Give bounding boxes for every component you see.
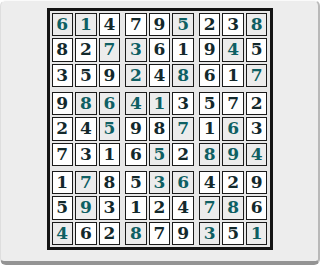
sudoku-cell[interactable]: 3 [52, 64, 74, 87]
sudoku-cell[interactable]: 2 [125, 64, 147, 87]
box-divider [122, 64, 123, 87]
sudoku-cell[interactable]: 8 [52, 38, 74, 61]
sudoku-cell[interactable]: 8 [149, 117, 171, 140]
sudoku-cell[interactable]: 7 [172, 117, 194, 140]
sudoku-cell[interactable]: 3 [172, 92, 194, 115]
box-divider [222, 89, 240, 90]
box-divider [75, 168, 97, 169]
sudoku-cell[interactable]: 9 [199, 38, 221, 61]
sudoku-cell[interactable]: 5 [149, 143, 171, 166]
sudoku-cell[interactable]: 7 [125, 13, 147, 36]
box-divider [122, 117, 123, 140]
sudoku-cell[interactable]: 8 [199, 143, 221, 166]
box-divider [122, 89, 123, 90]
sudoku-cell[interactable]: 8 [172, 64, 194, 87]
box-divider [122, 168, 123, 169]
sudoku-cell[interactable]: 9 [149, 13, 171, 36]
box-divider [122, 171, 123, 194]
box-divider [196, 171, 197, 194]
box-divider [122, 222, 123, 245]
box-divider [196, 92, 197, 115]
sudoku-cell[interactable]: 1 [52, 171, 74, 194]
sudoku-cell[interactable]: 2 [149, 196, 171, 219]
sudoku-cell[interactable]: 6 [99, 92, 121, 115]
box-divider [125, 89, 147, 90]
sudoku-cell[interactable]: 6 [125, 143, 147, 166]
box-divider [52, 89, 74, 90]
sudoku-board: 6147952388273619453592486179864135722459… [47, 8, 241, 250]
sudoku-cell[interactable]: 3 [149, 171, 171, 194]
box-divider [196, 196, 197, 219]
box-divider [196, 38, 197, 61]
sudoku-cell[interactable]: 4 [99, 13, 121, 36]
sudoku-window: 6147952388273619453592486179864135722459… [0, 0, 240, 265]
sudoku-cell[interactable]: 4 [222, 38, 240, 61]
sudoku-cell[interactable]: 3 [75, 143, 97, 166]
sudoku-cell[interactable]: 1 [149, 92, 171, 115]
box-divider [172, 89, 194, 90]
sudoku-cell[interactable]: 8 [75, 92, 97, 115]
sudoku-cell[interactable]: 7 [75, 171, 97, 194]
box-divider [122, 143, 123, 166]
sudoku-cell[interactable]: 8 [125, 222, 147, 245]
sudoku-cell[interactable]: 8 [222, 196, 240, 219]
sudoku-cell[interactable]: 6 [172, 171, 194, 194]
sudoku-cell[interactable]: 6 [199, 64, 221, 87]
box-divider [196, 64, 197, 87]
sudoku-cell[interactable]: 1 [172, 38, 194, 61]
sudoku-cell[interactable]: 6 [52, 13, 74, 36]
sudoku-cell[interactable]: 2 [52, 117, 74, 140]
sudoku-cell[interactable]: 6 [149, 38, 171, 61]
sudoku-cell[interactable]: 5 [199, 92, 221, 115]
box-divider [52, 168, 74, 169]
sudoku-cell[interactable]: 2 [199, 13, 221, 36]
sudoku-cell[interactable]: 4 [75, 117, 97, 140]
sudoku-cell[interactable]: 8 [99, 171, 121, 194]
sudoku-cell[interactable]: 4 [52, 222, 74, 245]
box-divider [122, 196, 123, 219]
box-divider [196, 222, 197, 245]
sudoku-cell[interactable]: 5 [75, 64, 97, 87]
box-divider [75, 89, 97, 90]
box-divider [99, 89, 121, 90]
sudoku-cell[interactable]: 7 [99, 38, 121, 61]
box-divider [172, 168, 194, 169]
sudoku-cell[interactable]: 2 [99, 222, 121, 245]
sudoku-cell[interactable]: 6 [222, 117, 240, 140]
sudoku-cell[interactable]: 2 [75, 38, 97, 61]
sudoku-cell[interactable]: 6 [75, 222, 97, 245]
sudoku-cell[interactable]: 7 [222, 92, 240, 115]
box-divider [196, 89, 197, 90]
sudoku-cell[interactable]: 4 [199, 171, 221, 194]
box-divider [196, 168, 197, 169]
box-divider [149, 168, 171, 169]
sudoku-cell[interactable]: 9 [75, 196, 97, 219]
sudoku-cell[interactable]: 1 [222, 64, 240, 87]
box-divider [196, 117, 197, 140]
sudoku-cell[interactable]: 5 [52, 196, 74, 219]
box-divider [196, 13, 197, 36]
sudoku-cell[interactable]: 3 [125, 38, 147, 61]
sudoku-cell[interactable]: 5 [125, 171, 147, 194]
sudoku-cell[interactable]: 2 [172, 143, 194, 166]
sudoku-cell[interactable]: 7 [52, 143, 74, 166]
box-divider [222, 168, 240, 169]
sudoku-cell[interactable]: 1 [199, 117, 221, 140]
sudoku-cell[interactable]: 1 [125, 196, 147, 219]
sudoku-cell[interactable]: 5 [172, 13, 194, 36]
box-divider [196, 143, 197, 166]
sudoku-cell[interactable]: 4 [172, 196, 194, 219]
sudoku-cell[interactable]: 9 [99, 64, 121, 87]
sudoku-cell[interactable]: 4 [125, 92, 147, 115]
sudoku-cell[interactable]: 1 [75, 13, 97, 36]
sudoku-cell[interactable]: 3 [222, 13, 240, 36]
sudoku-cell[interactable]: 2 [222, 171, 240, 194]
sudoku-cell[interactable]: 9 [172, 222, 194, 245]
sudoku-cell[interactable]: 7 [199, 196, 221, 219]
sudoku-cell[interactable]: 4 [149, 64, 171, 87]
sudoku-cell[interactable]: 5 [222, 222, 240, 245]
box-divider [122, 38, 123, 61]
sudoku-cell[interactable]: 1 [99, 143, 121, 166]
sudoku-cell[interactable]: 7 [149, 222, 171, 245]
sudoku-cell[interactable]: 5 [99, 117, 121, 140]
sudoku-cell[interactable]: 3 [99, 196, 121, 219]
box-divider [122, 92, 123, 115]
sudoku-cell[interactable]: 9 [125, 117, 147, 140]
box-divider [99, 168, 121, 169]
box-divider [199, 89, 221, 90]
box-divider [199, 168, 221, 169]
sudoku-cell[interactable]: 3 [199, 222, 221, 245]
box-divider [149, 89, 171, 90]
sudoku-cell[interactable]: 9 [222, 143, 240, 166]
box-divider [122, 13, 123, 36]
box-divider [125, 168, 147, 169]
sudoku-cell[interactable]: 9 [52, 92, 74, 115]
